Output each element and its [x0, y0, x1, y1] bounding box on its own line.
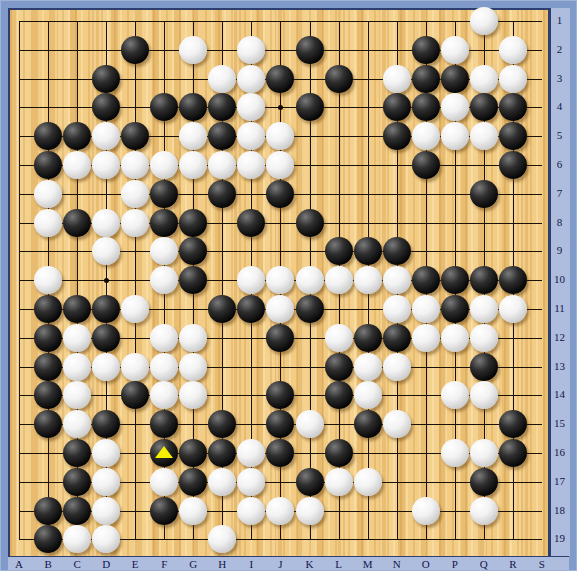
row-label-9: 9	[550, 244, 569, 256]
white-stone	[179, 497, 207, 525]
black-stone	[354, 324, 382, 352]
row-label-2: 2	[550, 43, 569, 55]
black-stone	[325, 353, 353, 381]
black-stone	[441, 266, 469, 294]
star-point	[278, 105, 283, 110]
col-label-G: G	[183, 558, 203, 570]
black-stone	[499, 266, 527, 294]
white-stone	[470, 295, 498, 323]
row-label-4: 4	[550, 100, 569, 112]
white-stone	[121, 295, 149, 323]
col-label-E: E	[125, 558, 145, 570]
row-label-19: 19	[550, 532, 569, 544]
white-stone	[92, 439, 120, 467]
white-stone	[412, 122, 440, 150]
white-stone	[470, 122, 498, 150]
white-stone	[150, 324, 178, 352]
white-stone	[121, 180, 149, 208]
row-label-18: 18	[550, 504, 569, 516]
black-stone	[179, 468, 207, 496]
black-stone	[63, 497, 91, 525]
black-stone	[383, 237, 411, 265]
row-label-6: 6	[550, 158, 569, 170]
white-stone	[150, 353, 178, 381]
white-stone	[383, 266, 411, 294]
col-label-H: H	[212, 558, 232, 570]
white-stone	[470, 381, 498, 409]
white-stone	[121, 353, 149, 381]
black-stone	[325, 65, 353, 93]
black-stone	[470, 266, 498, 294]
black-stone	[354, 410, 382, 438]
white-stone	[325, 266, 353, 294]
white-stone	[470, 439, 498, 467]
white-stone	[237, 468, 265, 496]
white-stone	[441, 36, 469, 64]
row-label-10: 10	[550, 273, 569, 285]
white-stone	[179, 36, 207, 64]
white-stone	[383, 65, 411, 93]
col-label-F: F	[154, 558, 174, 570]
black-stone	[412, 151, 440, 179]
row-label-5: 5	[550, 129, 569, 141]
white-stone	[412, 295, 440, 323]
black-stone	[412, 36, 440, 64]
white-stone	[63, 151, 91, 179]
black-stone	[34, 324, 62, 352]
col-label-I: I	[241, 558, 261, 570]
black-stone	[92, 324, 120, 352]
black-stone	[34, 295, 62, 323]
black-stone	[150, 497, 178, 525]
black-stone	[179, 209, 207, 237]
white-stone	[441, 324, 469, 352]
col-label-M: M	[358, 558, 378, 570]
black-stone	[499, 151, 527, 179]
white-stone	[63, 353, 91, 381]
white-stone	[179, 353, 207, 381]
black-stone	[208, 180, 236, 208]
white-stone	[92, 353, 120, 381]
row-label-14: 14	[550, 388, 569, 400]
black-stone	[63, 209, 91, 237]
col-label-K: K	[300, 558, 320, 570]
white-stone	[121, 209, 149, 237]
black-stone	[34, 497, 62, 525]
white-stone	[441, 122, 469, 150]
white-stone	[383, 410, 411, 438]
black-stone	[92, 295, 120, 323]
black-stone	[499, 410, 527, 438]
white-stone	[150, 468, 178, 496]
white-stone	[92, 497, 120, 525]
black-stone	[34, 151, 62, 179]
white-stone	[296, 410, 324, 438]
black-stone	[412, 93, 440, 121]
col-label-N: N	[387, 558, 407, 570]
row-label-1: 1	[550, 14, 569, 26]
black-stone	[296, 209, 324, 237]
white-stone	[34, 180, 62, 208]
black-stone	[470, 93, 498, 121]
black-stone	[412, 65, 440, 93]
white-stone	[412, 324, 440, 352]
black-stone	[470, 468, 498, 496]
black-stone	[383, 324, 411, 352]
white-stone	[92, 468, 120, 496]
star-point	[104, 278, 109, 283]
row-label-15: 15	[550, 417, 569, 429]
black-stone	[383, 122, 411, 150]
black-stone	[470, 180, 498, 208]
black-stone	[499, 122, 527, 150]
white-stone	[470, 497, 498, 525]
black-stone	[92, 65, 120, 93]
white-stone	[237, 497, 265, 525]
go-game-window: ABCDEFGHIJKLMNOPQRS123456789101112131415…	[0, 0, 577, 571]
black-stone	[34, 353, 62, 381]
white-stone	[470, 65, 498, 93]
col-label-P: P	[445, 558, 465, 570]
col-label-S: S	[532, 558, 552, 570]
row-label-3: 3	[550, 72, 569, 84]
black-stone	[63, 439, 91, 467]
white-stone	[325, 324, 353, 352]
white-stone	[296, 266, 324, 294]
col-label-J: J	[270, 558, 290, 570]
white-stone	[383, 353, 411, 381]
black-stone	[499, 439, 527, 467]
white-stone	[354, 381, 382, 409]
white-stone	[179, 324, 207, 352]
black-stone	[470, 353, 498, 381]
black-stone	[325, 439, 353, 467]
row-label-16: 16	[550, 446, 569, 458]
white-stone	[354, 468, 382, 496]
col-label-D: D	[96, 558, 116, 570]
white-stone	[34, 209, 62, 237]
white-stone	[325, 468, 353, 496]
triangle-marker	[155, 446, 173, 458]
black-stone	[121, 36, 149, 64]
black-stone	[63, 468, 91, 496]
col-label-B: B	[38, 558, 58, 570]
col-label-O: O	[416, 558, 436, 570]
black-stone	[150, 209, 178, 237]
white-stone	[499, 295, 527, 323]
white-stone	[266, 497, 294, 525]
black-stone	[441, 65, 469, 93]
white-stone	[470, 7, 498, 35]
black-stone	[296, 295, 324, 323]
white-stone	[92, 209, 120, 237]
col-label-A: A	[9, 558, 29, 570]
black-stone	[412, 266, 440, 294]
black-stone	[325, 237, 353, 265]
white-stone	[121, 151, 149, 179]
white-stone	[383, 295, 411, 323]
white-stone	[237, 65, 265, 93]
white-stone	[208, 468, 236, 496]
black-stone	[237, 209, 265, 237]
black-stone	[354, 237, 382, 265]
white-stone	[412, 497, 440, 525]
black-stone	[266, 65, 294, 93]
white-stone	[441, 439, 469, 467]
white-stone	[354, 266, 382, 294]
white-stone	[441, 93, 469, 121]
white-stone	[296, 497, 324, 525]
black-stone	[63, 295, 91, 323]
white-stone	[499, 36, 527, 64]
black-stone	[296, 468, 324, 496]
row-label-17: 17	[550, 475, 569, 487]
black-stone	[383, 93, 411, 121]
col-label-Q: Q	[474, 558, 494, 570]
white-stone	[237, 36, 265, 64]
row-label-12: 12	[550, 331, 569, 343]
black-stone	[325, 381, 353, 409]
row-label-11: 11	[550, 302, 569, 314]
row-label-7: 7	[550, 187, 569, 199]
black-stone	[296, 93, 324, 121]
row-label-13: 13	[550, 360, 569, 372]
col-label-C: C	[67, 558, 87, 570]
black-stone	[441, 295, 469, 323]
white-stone	[499, 65, 527, 93]
white-stone	[470, 324, 498, 352]
col-label-R: R	[503, 558, 523, 570]
black-stone	[296, 36, 324, 64]
white-stone	[441, 381, 469, 409]
black-stone	[150, 180, 178, 208]
row-label-8: 8	[550, 216, 569, 228]
white-stone	[63, 324, 91, 352]
white-stone	[92, 151, 120, 179]
white-stone	[208, 65, 236, 93]
white-stone	[354, 353, 382, 381]
col-label-L: L	[329, 558, 349, 570]
